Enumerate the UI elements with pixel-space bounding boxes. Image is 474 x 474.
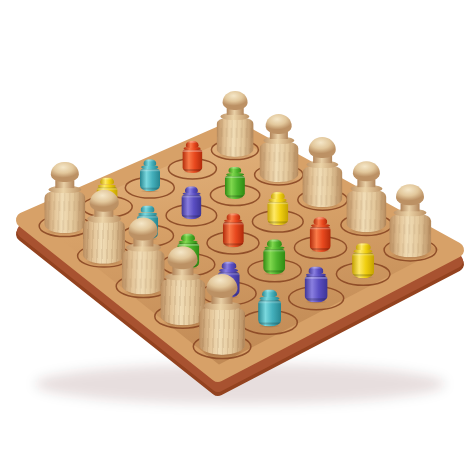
wood-pawn-r0-c4[interactable]	[389, 184, 431, 258]
wood-pawn-r4-c4[interactable]	[199, 274, 245, 355]
peg-yellow-r1-c2[interactable]	[267, 192, 288, 225]
peg-purple-r2-c1[interactable]	[181, 187, 202, 220]
peg-red-r2-c2[interactable]	[222, 213, 243, 247]
wood-pawn-r4-c1[interactable]	[83, 190, 125, 264]
peg-cyan-r3-c4[interactable]	[258, 290, 281, 327]
peg-yellow-r1-c4[interactable]	[352, 243, 374, 278]
wood-pawn-r0-c1[interactable]	[260, 114, 299, 182]
peg-green-r1-c1[interactable]	[225, 167, 245, 199]
peg-red-r1-c3[interactable]	[310, 218, 331, 252]
wood-pawn-r4-c0[interactable]	[44, 162, 85, 234]
wood-pawn-r0-c3[interactable]	[346, 161, 387, 233]
wood-pawn-r0-c2[interactable]	[303, 137, 343, 207]
wood-pawn-r0-c0[interactable]	[216, 91, 253, 157]
peg-purple-r2-c4[interactable]	[305, 267, 327, 303]
peg-green-r2-c3[interactable]	[264, 240, 286, 275]
wood-pawn-r4-c2[interactable]	[122, 218, 165, 295]
peg-red-r1-c0[interactable]	[183, 141, 203, 172]
peg-cyan-r2-c0[interactable]	[140, 160, 160, 192]
peg-board-photo	[0, 0, 474, 474]
